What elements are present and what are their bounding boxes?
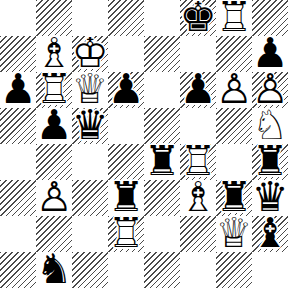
- square-c4[interactable]: [72, 144, 108, 180]
- piece-underlay: ♟: [36, 107, 72, 143]
- piece-underlay: ♛: [72, 71, 108, 107]
- square-b6[interactable]: ♜♖: [36, 72, 72, 108]
- piece-white-rook[interactable]: ♖: [180, 143, 216, 179]
- square-d2[interactable]: ♜♖: [108, 216, 144, 252]
- square-g6[interactable]: ♟♙: [216, 72, 252, 108]
- piece-underlay: ♝: [180, 179, 216, 215]
- square-b8[interactable]: [36, 0, 72, 36]
- square-f7[interactable]: [180, 36, 216, 72]
- square-h5[interactable]: ♞♘: [252, 108, 288, 144]
- piece-black-pawn[interactable]: ♟: [108, 71, 144, 107]
- square-e7[interactable]: [144, 36, 180, 72]
- piece-white-pawn[interactable]: ♙: [216, 71, 252, 107]
- square-a1[interactable]: [0, 252, 36, 288]
- piece-underlay: ♚: [72, 35, 108, 71]
- piece-underlay: ♜: [36, 71, 72, 107]
- piece-white-bishop[interactable]: ♗: [180, 179, 216, 215]
- piece-underlay: ♛: [216, 215, 252, 251]
- square-e4[interactable]: ♜♜: [144, 144, 180, 180]
- square-c5[interactable]: ♛♛: [72, 108, 108, 144]
- square-f3[interactable]: ♝♗: [180, 180, 216, 216]
- piece-underlay: ♞: [36, 251, 72, 287]
- square-f1[interactable]: [180, 252, 216, 288]
- square-b5[interactable]: ♟♟: [36, 108, 72, 144]
- piece-underlay: ♟: [216, 71, 252, 107]
- square-g3[interactable]: ♜♜: [216, 180, 252, 216]
- square-c7[interactable]: ♚♔: [72, 36, 108, 72]
- piece-underlay: ♛: [72, 107, 108, 143]
- piece-underlay: ♜: [216, 0, 252, 35]
- piece-white-rook[interactable]: ♖: [216, 0, 252, 35]
- chess-board: ♚♚♜♖♝♗♚♔♟♟♟♟♜♖♛♕♟♟♟♟♟♙♟♙♟♟♛♛♞♘♜♜♜♖♜♜♟♙♜♜…: [0, 0, 288, 288]
- square-h7[interactable]: ♟♟: [252, 36, 288, 72]
- square-a3[interactable]: [0, 180, 36, 216]
- square-c6[interactable]: ♛♕: [72, 72, 108, 108]
- piece-white-king[interactable]: ♔: [72, 35, 108, 71]
- square-e3[interactable]: [144, 180, 180, 216]
- square-f6[interactable]: ♟♟: [180, 72, 216, 108]
- piece-black-queen[interactable]: ♛: [252, 179, 288, 215]
- square-f5[interactable]: [180, 108, 216, 144]
- piece-underlay: ♚: [180, 0, 216, 35]
- square-a4[interactable]: [0, 144, 36, 180]
- square-d1[interactable]: [108, 252, 144, 288]
- piece-white-queen[interactable]: ♕: [72, 71, 108, 107]
- piece-underlay: ♝: [36, 35, 72, 71]
- square-e8[interactable]: [144, 0, 180, 36]
- piece-white-bishop[interactable]: ♗: [36, 35, 72, 71]
- square-h1[interactable]: [252, 252, 288, 288]
- piece-black-rook[interactable]: ♜: [144, 143, 180, 179]
- square-h4[interactable]: ♜♜: [252, 144, 288, 180]
- square-g2[interactable]: ♛♕: [216, 216, 252, 252]
- square-g1[interactable]: [216, 252, 252, 288]
- square-e1[interactable]: [144, 252, 180, 288]
- piece-white-rook[interactable]: ♖: [36, 71, 72, 107]
- piece-underlay: ♛: [252, 179, 288, 215]
- square-g4[interactable]: [216, 144, 252, 180]
- piece-underlay: ♜: [108, 215, 144, 251]
- piece-underlay: ♜: [180, 143, 216, 179]
- piece-underlay: ♜: [108, 179, 144, 215]
- square-e2[interactable]: [144, 216, 180, 252]
- piece-underlay: ♟: [252, 35, 288, 71]
- piece-black-queen[interactable]: ♛: [72, 107, 108, 143]
- piece-black-pawn[interactable]: ♟: [0, 71, 36, 107]
- square-g5[interactable]: [216, 108, 252, 144]
- piece-underlay: ♟: [36, 179, 72, 215]
- square-a7[interactable]: [0, 36, 36, 72]
- square-g8[interactable]: ♜♖: [216, 0, 252, 36]
- piece-white-pawn[interactable]: ♙: [252, 71, 288, 107]
- piece-white-rook[interactable]: ♖: [108, 215, 144, 251]
- square-d5[interactable]: [108, 108, 144, 144]
- piece-black-rook[interactable]: ♜: [216, 179, 252, 215]
- square-d4[interactable]: [108, 144, 144, 180]
- square-b2[interactable]: [36, 216, 72, 252]
- piece-underlay: ♟: [0, 71, 36, 107]
- square-f2[interactable]: [180, 216, 216, 252]
- piece-black-pawn[interactable]: ♟: [252, 35, 288, 71]
- square-f4[interactable]: ♜♖: [180, 144, 216, 180]
- square-c1[interactable]: [72, 252, 108, 288]
- piece-black-bishop[interactable]: ♝: [252, 215, 288, 251]
- piece-black-rook[interactable]: ♜: [252, 143, 288, 179]
- square-c2[interactable]: [72, 216, 108, 252]
- square-b7[interactable]: ♝♗: [36, 36, 72, 72]
- square-h2[interactable]: ♝♝: [252, 216, 288, 252]
- square-d8[interactable]: [108, 0, 144, 36]
- piece-underlay: ♜: [144, 143, 180, 179]
- piece-underlay: ♞: [252, 107, 288, 143]
- square-d7[interactable]: [108, 36, 144, 72]
- square-a2[interactable]: [0, 216, 36, 252]
- square-c3[interactable]: [72, 180, 108, 216]
- square-b1[interactable]: ♞♞: [36, 252, 72, 288]
- square-a5[interactable]: [0, 108, 36, 144]
- piece-underlay: ♝: [252, 215, 288, 251]
- square-e6[interactable]: [144, 72, 180, 108]
- piece-black-rook[interactable]: ♜: [108, 179, 144, 215]
- piece-white-knight[interactable]: ♘: [252, 107, 288, 143]
- piece-underlay: ♟: [252, 71, 288, 107]
- square-d3[interactable]: ♜♜: [108, 180, 144, 216]
- square-a8[interactable]: [0, 0, 36, 36]
- piece-white-pawn[interactable]: ♙: [36, 179, 72, 215]
- square-c8[interactable]: [72, 0, 108, 36]
- piece-black-king[interactable]: ♚: [180, 0, 216, 35]
- square-d6[interactable]: ♟♟: [108, 72, 144, 108]
- piece-white-queen[interactable]: ♕: [216, 215, 252, 251]
- piece-underlay: ♟: [108, 71, 144, 107]
- square-f8[interactable]: ♚♚: [180, 0, 216, 36]
- square-h8[interactable]: [252, 0, 288, 36]
- piece-black-pawn[interactable]: ♟: [180, 71, 216, 107]
- square-a6[interactable]: ♟♟: [0, 72, 36, 108]
- square-e5[interactable]: [144, 108, 180, 144]
- square-g7[interactable]: [216, 36, 252, 72]
- square-h6[interactable]: ♟♙: [252, 72, 288, 108]
- piece-black-pawn[interactable]: ♟: [36, 107, 72, 143]
- square-h3[interactable]: ♛♛: [252, 180, 288, 216]
- square-b3[interactable]: ♟♙: [36, 180, 72, 216]
- piece-underlay: ♜: [216, 179, 252, 215]
- piece-underlay: ♜: [252, 143, 288, 179]
- piece-black-knight[interactable]: ♞: [36, 251, 72, 287]
- square-b4[interactable]: [36, 144, 72, 180]
- piece-underlay: ♟: [180, 71, 216, 107]
